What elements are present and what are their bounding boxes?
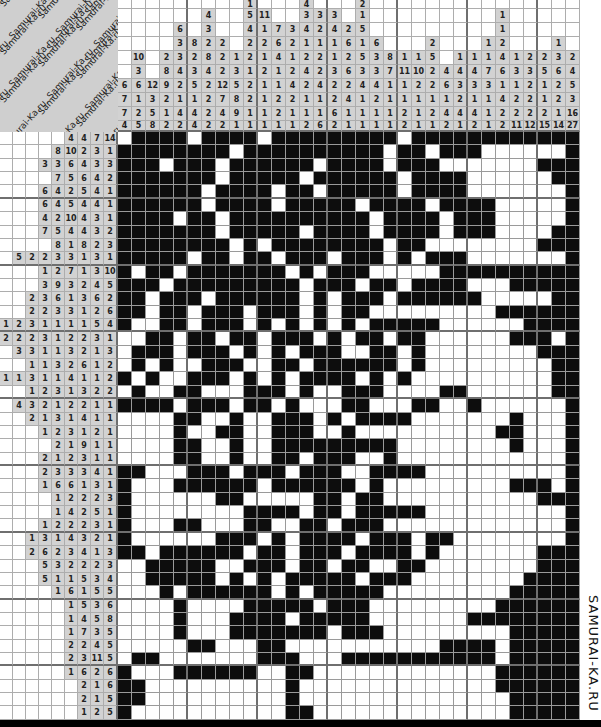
grid-cell-r3c15[interactable] — [314, 159, 328, 172]
grid-cell-r7c26[interactable] — [468, 212, 482, 225]
grid-cell-r39c11[interactable] — [258, 640, 272, 653]
grid-cell-r43c21[interactable] — [398, 693, 412, 706]
grid-cell-r25c17[interactable] — [342, 453, 356, 466]
grid-cell-r13c10[interactable] — [244, 292, 258, 305]
grid-cell-r38c16[interactable] — [328, 626, 342, 639]
grid-cell-r7c9[interactable] — [230, 212, 244, 225]
grid-cell-r24c2[interactable] — [132, 439, 146, 452]
grid-cell-r8c26[interactable] — [468, 226, 482, 239]
grid-cell-r43c23[interactable] — [426, 693, 440, 706]
grid-cell-r26c25[interactable] — [454, 466, 468, 479]
grid-cell-r1c27[interactable] — [482, 132, 496, 145]
grid-cell-r15c6[interactable] — [188, 319, 202, 332]
grid-cell-r7c5[interactable] — [174, 212, 188, 225]
grid-cell-r5c28[interactable] — [496, 185, 510, 198]
grid-cell-r4c26[interactable] — [468, 172, 482, 185]
grid-cell-r27c2[interactable] — [132, 479, 146, 492]
grid-cell-r19c6[interactable] — [188, 372, 202, 385]
grid-cell-r7c13[interactable] — [286, 212, 300, 225]
grid-cell-r5c8[interactable] — [216, 185, 230, 198]
grid-cell-r19c1[interactable] — [118, 372, 132, 385]
grid-cell-r25c13[interactable] — [286, 453, 300, 466]
grid-cell-r29c22[interactable] — [412, 506, 426, 519]
grid-cell-r25c16[interactable] — [328, 453, 342, 466]
grid-cell-r18c33[interactable] — [566, 359, 580, 372]
grid-cell-r26c22[interactable] — [412, 466, 426, 479]
grid-cell-r18c18[interactable] — [356, 359, 370, 372]
grid-cell-r9c24[interactable] — [440, 239, 454, 252]
grid-cell-r9c30[interactable] — [524, 239, 538, 252]
grid-cell-r23c26[interactable] — [468, 426, 482, 439]
grid-cell-r39c16[interactable] — [328, 640, 342, 653]
grid-cell-r1c26[interactable] — [468, 132, 482, 145]
grid-cell-r36c22[interactable] — [412, 600, 426, 613]
grid-cell-r18c15[interactable] — [314, 359, 328, 372]
grid-cell-r32c7[interactable] — [202, 546, 216, 559]
grid-cell-r23c17[interactable] — [342, 426, 356, 439]
grid-cell-r31c11[interactable] — [258, 533, 272, 546]
grid-cell-r39c30[interactable] — [524, 640, 538, 653]
grid-cell-r40c12[interactable] — [272, 653, 286, 666]
grid-cell-r12c30[interactable] — [524, 279, 538, 292]
grid-cell-r39c7[interactable] — [202, 640, 216, 653]
grid-cell-r7c28[interactable] — [496, 212, 510, 225]
grid-cell-r2c23[interactable] — [426, 145, 440, 158]
grid-cell-r39c22[interactable] — [412, 640, 426, 653]
grid-cell-r31c15[interactable] — [314, 533, 328, 546]
grid-cell-r43c7[interactable] — [202, 693, 216, 706]
grid-cell-r32c18[interactable] — [356, 546, 370, 559]
grid-cell-r14c16[interactable] — [328, 306, 342, 319]
grid-cell-r23c27[interactable] — [482, 426, 496, 439]
grid-cell-r34c31[interactable] — [538, 573, 552, 586]
grid-cell-r22c17[interactable] — [342, 413, 356, 426]
grid-cell-r27c24[interactable] — [440, 479, 454, 492]
grid-cell-r36c27[interactable] — [482, 600, 496, 613]
grid-cell-r3c10[interactable] — [244, 159, 258, 172]
grid-cell-r21c10[interactable] — [244, 399, 258, 412]
grid-cell-r35c26[interactable] — [468, 586, 482, 599]
grid-cell-r43c31[interactable] — [538, 693, 552, 706]
grid-cell-r19c8[interactable] — [216, 372, 230, 385]
grid-cell-r30c12[interactable] — [272, 519, 286, 532]
grid-cell-r4c6[interactable] — [188, 172, 202, 185]
grid-cell-r7c14[interactable] — [300, 212, 314, 225]
grid-cell-r9c4[interactable] — [160, 239, 174, 252]
grid-cell-r32c19[interactable] — [370, 546, 384, 559]
grid-cell-r20c26[interactable] — [468, 386, 482, 399]
grid-cell-r21c27[interactable] — [482, 399, 496, 412]
grid-cell-r28c26[interactable] — [468, 493, 482, 506]
grid-cell-r25c27[interactable] — [482, 453, 496, 466]
grid-cell-r19c11[interactable] — [258, 372, 272, 385]
grid-cell-r23c8[interactable] — [216, 426, 230, 439]
grid-cell-r6c27[interactable] — [482, 199, 496, 212]
grid-cell-r8c29[interactable] — [510, 226, 524, 239]
grid-cell-r15c26[interactable] — [468, 319, 482, 332]
grid-cell-r41c18[interactable] — [356, 666, 370, 679]
grid-cell-r37c25[interactable] — [454, 613, 468, 626]
grid-cell-r26c26[interactable] — [468, 466, 482, 479]
grid-cell-r18c2[interactable] — [132, 359, 146, 372]
grid-cell-r2c27[interactable] — [482, 145, 496, 158]
grid-cell-r1c32[interactable] — [552, 132, 566, 145]
grid-cell-r27c22[interactable] — [412, 479, 426, 492]
grid-cell-r30c8[interactable] — [216, 519, 230, 532]
grid-cell-r13c25[interactable] — [454, 292, 468, 305]
grid-cell-r39c29[interactable] — [510, 640, 524, 653]
grid-cell-r2c24[interactable] — [440, 145, 454, 158]
grid-cell-r4c20[interactable] — [384, 172, 398, 185]
grid-cell-r1c24[interactable] — [440, 132, 454, 145]
grid-cell-r12c9[interactable] — [230, 279, 244, 292]
grid-cell-r9c8[interactable] — [216, 239, 230, 252]
grid-cell-r6c14[interactable] — [300, 199, 314, 212]
grid-cell-r19c23[interactable] — [426, 372, 440, 385]
grid-cell-r33c9[interactable] — [230, 560, 244, 573]
grid-cell-r41c8[interactable] — [216, 666, 230, 679]
grid-cell-r34c33[interactable] — [566, 573, 580, 586]
grid-cell-r42c14[interactable] — [300, 680, 314, 693]
grid-cell-r27c5[interactable] — [174, 479, 188, 492]
grid-cell-r17c10[interactable] — [244, 346, 258, 359]
grid-cell-r6c4[interactable] — [160, 199, 174, 212]
grid-cell-r33c17[interactable] — [342, 560, 356, 573]
grid-cell-r3c13[interactable] — [286, 159, 300, 172]
grid-cell-r1c21[interactable] — [398, 132, 412, 145]
grid-cell-r7c21[interactable] — [398, 212, 412, 225]
grid-cell-r15c29[interactable] — [510, 319, 524, 332]
grid-cell-r12c31[interactable] — [538, 279, 552, 292]
grid-cell-r11c27[interactable] — [482, 266, 496, 279]
grid-cell-r37c18[interactable] — [356, 613, 370, 626]
grid-cell-r43c18[interactable] — [356, 693, 370, 706]
grid-cell-r40c17[interactable] — [342, 653, 356, 666]
grid-cell-r19c31[interactable] — [538, 372, 552, 385]
grid-cell-r3c25[interactable] — [454, 159, 468, 172]
grid-cell-r18c20[interactable] — [384, 359, 398, 372]
grid-cell-r1c12[interactable] — [272, 132, 286, 145]
grid-cell-r43c14[interactable] — [300, 693, 314, 706]
grid-cell-r42c28[interactable] — [496, 680, 510, 693]
grid-cell-r25c4[interactable] — [160, 453, 174, 466]
grid-cell-r33c29[interactable] — [510, 560, 524, 573]
grid-cell-r31c31[interactable] — [538, 533, 552, 546]
grid-cell-r27c7[interactable] — [202, 479, 216, 492]
grid-cell-r21c23[interactable] — [426, 399, 440, 412]
grid-cell-r18c28[interactable] — [496, 359, 510, 372]
grid-cell-r18c13[interactable] — [286, 359, 300, 372]
grid-cell-r20c15[interactable] — [314, 386, 328, 399]
grid-cell-r14c2[interactable] — [132, 306, 146, 319]
grid-cell-r28c20[interactable] — [384, 493, 398, 506]
grid-cell-r23c31[interactable] — [538, 426, 552, 439]
grid-cell-r33c27[interactable] — [482, 560, 496, 573]
grid-cell-r17c22[interactable] — [412, 346, 426, 359]
grid-cell-r33c18[interactable] — [356, 560, 370, 573]
grid-cell-r27c23[interactable] — [426, 479, 440, 492]
grid-cell-r5c7[interactable] — [202, 185, 216, 198]
grid-cell-r36c13[interactable] — [286, 600, 300, 613]
grid-cell-r37c7[interactable] — [202, 613, 216, 626]
grid-cell-r44c26[interactable] — [468, 706, 482, 719]
grid-cell-r21c13[interactable] — [286, 399, 300, 412]
grid-cell-r35c29[interactable] — [510, 586, 524, 599]
grid-cell-r25c9[interactable] — [230, 453, 244, 466]
grid-cell-r30c30[interactable] — [524, 519, 538, 532]
grid-cell-r10c32[interactable] — [552, 252, 566, 265]
grid-cell-r8c11[interactable] — [258, 226, 272, 239]
grid-cell-r21c28[interactable] — [496, 399, 510, 412]
grid-cell-r41c3[interactable] — [146, 666, 160, 679]
grid-cell-r32c13[interactable] — [286, 546, 300, 559]
grid-cell-r19c18[interactable] — [356, 372, 370, 385]
grid-cell-r28c24[interactable] — [440, 493, 454, 506]
grid-cell-r21c25[interactable] — [454, 399, 468, 412]
grid-cell-r4c21[interactable] — [398, 172, 412, 185]
grid-cell-r34c2[interactable] — [132, 573, 146, 586]
grid-cell-r17c19[interactable] — [370, 346, 384, 359]
grid-cell-r31c2[interactable] — [132, 533, 146, 546]
grid-cell-r13c12[interactable] — [272, 292, 286, 305]
grid-cell-r37c3[interactable] — [146, 613, 160, 626]
grid-cell-r8c9[interactable] — [230, 226, 244, 239]
grid-cell-r23c2[interactable] — [132, 426, 146, 439]
grid-cell-r43c22[interactable] — [412, 693, 426, 706]
grid-cell-r16c27[interactable] — [482, 332, 496, 345]
grid-cell-r6c22[interactable] — [412, 199, 426, 212]
grid-cell-r20c10[interactable] — [244, 386, 258, 399]
grid-cell-r36c10[interactable] — [244, 600, 258, 613]
grid-cell-r36c20[interactable] — [384, 600, 398, 613]
grid-cell-r17c30[interactable] — [524, 346, 538, 359]
grid-cell-r16c4[interactable] — [160, 332, 174, 345]
grid-cell-r6c24[interactable] — [440, 199, 454, 212]
grid-cell-r4c7[interactable] — [202, 172, 216, 185]
grid-cell-r24c18[interactable] — [356, 439, 370, 452]
grid-cell-r24c11[interactable] — [258, 439, 272, 452]
grid-cell-r22c22[interactable] — [412, 413, 426, 426]
grid-cell-r26c8[interactable] — [216, 466, 230, 479]
grid-cell-r42c29[interactable] — [510, 680, 524, 693]
grid-cell-r2c1[interactable] — [118, 145, 132, 158]
grid-cell-r42c13[interactable] — [286, 680, 300, 693]
grid-cell-r42c21[interactable] — [398, 680, 412, 693]
grid-cell-r11c30[interactable] — [524, 266, 538, 279]
grid-cell-r29c4[interactable] — [160, 506, 174, 519]
grid-cell-r24c24[interactable] — [440, 439, 454, 452]
grid-cell-r25c26[interactable] — [468, 453, 482, 466]
grid-cell-r3c19[interactable] — [370, 159, 384, 172]
grid-cell-r32c5[interactable] — [174, 546, 188, 559]
grid-cell-r37c17[interactable] — [342, 613, 356, 626]
grid-cell-r15c1[interactable] — [118, 319, 132, 332]
grid-cell-r18c3[interactable] — [146, 359, 160, 372]
grid-cell-r28c21[interactable] — [398, 493, 412, 506]
grid-cell-r20c27[interactable] — [482, 386, 496, 399]
grid-cell-r23c33[interactable] — [566, 426, 580, 439]
grid-cell-r23c4[interactable] — [160, 426, 174, 439]
grid-cell-r25c32[interactable] — [552, 453, 566, 466]
grid-cell-r32c12[interactable] — [272, 546, 286, 559]
grid-cell-r2c16[interactable] — [328, 145, 342, 158]
grid-cell-r18c16[interactable] — [328, 359, 342, 372]
grid-cell-r23c1[interactable] — [118, 426, 132, 439]
grid-cell-r15c25[interactable] — [454, 319, 468, 332]
grid-cell-r34c17[interactable] — [342, 573, 356, 586]
grid-cell-r35c16[interactable] — [328, 586, 342, 599]
grid-cell-r9c27[interactable] — [482, 239, 496, 252]
grid-cell-r14c6[interactable] — [188, 306, 202, 319]
grid-cell-r20c23[interactable] — [426, 386, 440, 399]
grid-cell-r18c26[interactable] — [468, 359, 482, 372]
grid-cell-r14c27[interactable] — [482, 306, 496, 319]
grid-cell-r11c14[interactable] — [300, 266, 314, 279]
grid-cell-r19c19[interactable] — [370, 372, 384, 385]
grid-cell-r39c33[interactable] — [566, 640, 580, 653]
grid-cell-r4c22[interactable] — [412, 172, 426, 185]
grid-cell-r25c25[interactable] — [454, 453, 468, 466]
grid-cell-r39c25[interactable] — [454, 640, 468, 653]
grid-cell-r30c20[interactable] — [384, 519, 398, 532]
grid-cell-r28c32[interactable] — [552, 493, 566, 506]
grid-cell-r38c6[interactable] — [188, 626, 202, 639]
grid-cell-r42c4[interactable] — [160, 680, 174, 693]
grid-cell-r40c24[interactable] — [440, 653, 454, 666]
grid-cell-r21c1[interactable] — [118, 399, 132, 412]
grid-cell-r31c28[interactable] — [496, 533, 510, 546]
grid-cell-r23c23[interactable] — [426, 426, 440, 439]
grid-cell-r24c33[interactable] — [566, 439, 580, 452]
grid-cell-r3c8[interactable] — [216, 159, 230, 172]
grid-cell-r31c1[interactable] — [118, 533, 132, 546]
grid-cell-r13c6[interactable] — [188, 292, 202, 305]
grid-cell-r42c10[interactable] — [244, 680, 258, 693]
grid-cell-r37c4[interactable] — [160, 613, 174, 626]
grid-cell-r4c10[interactable] — [244, 172, 258, 185]
grid-cell-r19c27[interactable] — [482, 372, 496, 385]
grid-cell-r19c26[interactable] — [468, 372, 482, 385]
grid-cell-r40c8[interactable] — [216, 653, 230, 666]
grid-cell-r14c23[interactable] — [426, 306, 440, 319]
grid-cell-r10c19[interactable] — [370, 252, 384, 265]
grid-cell-r25c2[interactable] — [132, 453, 146, 466]
grid-cell-r4c2[interactable] — [132, 172, 146, 185]
grid-cell-r40c30[interactable] — [524, 653, 538, 666]
grid-cell-r19c2[interactable] — [132, 372, 146, 385]
grid-cell-r5c3[interactable] — [146, 185, 160, 198]
grid-cell-r43c3[interactable] — [146, 693, 160, 706]
grid-cell-r19c30[interactable] — [524, 372, 538, 385]
grid-cell-r1c14[interactable] — [300, 132, 314, 145]
grid-cell-r5c27[interactable] — [482, 185, 496, 198]
grid-cell-r31c21[interactable] — [398, 533, 412, 546]
grid-cell-r24c14[interactable] — [300, 439, 314, 452]
grid-cell-r21c26[interactable] — [468, 399, 482, 412]
grid-cell-r29c11[interactable] — [258, 506, 272, 519]
grid-cell-r28c17[interactable] — [342, 493, 356, 506]
grid-cell-r18c32[interactable] — [552, 359, 566, 372]
grid-cell-r25c33[interactable] — [566, 453, 580, 466]
grid-cell-r17c31[interactable] — [538, 346, 552, 359]
grid-cell-r38c28[interactable] — [496, 626, 510, 639]
grid-cell-r37c12[interactable] — [272, 613, 286, 626]
grid-cell-r7c33[interactable] — [566, 212, 580, 225]
grid-cell-r28c27[interactable] — [482, 493, 496, 506]
grid-cell-r8c27[interactable] — [482, 226, 496, 239]
grid-cell-r36c11[interactable] — [258, 600, 272, 613]
grid-cell-r40c27[interactable] — [482, 653, 496, 666]
grid-cell-r17c25[interactable] — [454, 346, 468, 359]
grid-cell-r29c9[interactable] — [230, 506, 244, 519]
grid-cell-r1c25[interactable] — [454, 132, 468, 145]
grid-cell-r43c17[interactable] — [342, 693, 356, 706]
grid-cell-r40c3[interactable] — [146, 653, 160, 666]
grid-cell-r30c24[interactable] — [440, 519, 454, 532]
grid-cell-r23c18[interactable] — [356, 426, 370, 439]
grid-cell-r31c30[interactable] — [524, 533, 538, 546]
grid-cell-r43c28[interactable] — [496, 693, 510, 706]
grid-cell-r39c18[interactable] — [356, 640, 370, 653]
grid-cell-r28c25[interactable] — [454, 493, 468, 506]
grid-cell-r2c7[interactable] — [202, 145, 216, 158]
grid-cell-r6c1[interactable] — [118, 199, 132, 212]
grid-cell-r12c22[interactable] — [412, 279, 426, 292]
grid-cell-r10c5[interactable] — [174, 252, 188, 265]
grid-cell-r9c31[interactable] — [538, 239, 552, 252]
grid-cell-r34c5[interactable] — [174, 573, 188, 586]
grid-cell-r17c4[interactable] — [160, 346, 174, 359]
grid-cell-r8c4[interactable] — [160, 226, 174, 239]
grid-cell-r21c6[interactable] — [188, 399, 202, 412]
grid-cell-r30c17[interactable] — [342, 519, 356, 532]
grid-cell-r9c15[interactable] — [314, 239, 328, 252]
grid-cell-r44c21[interactable] — [398, 706, 412, 719]
grid-cell-r38c1[interactable] — [118, 626, 132, 639]
grid-cell-r29c25[interactable] — [454, 506, 468, 519]
grid-cell-r10c1[interactable] — [118, 252, 132, 265]
grid-cell-r34c4[interactable] — [160, 573, 174, 586]
grid-cell-r21c12[interactable] — [272, 399, 286, 412]
grid-cell-r3c20[interactable] — [384, 159, 398, 172]
grid-cell-r3c28[interactable] — [496, 159, 510, 172]
grid-cell-r31c23[interactable] — [426, 533, 440, 546]
grid-cell-r2c29[interactable] — [510, 145, 524, 158]
grid-cell-r38c7[interactable] — [202, 626, 216, 639]
grid-cell-r22c14[interactable] — [300, 413, 314, 426]
grid-cell-r38c21[interactable] — [398, 626, 412, 639]
grid-cell-r4c16[interactable] — [328, 172, 342, 185]
grid-cell-r24c22[interactable] — [412, 439, 426, 452]
grid-cell-r21c5[interactable] — [174, 399, 188, 412]
grid-cell-r6c9[interactable] — [230, 199, 244, 212]
grid-cell-r27c27[interactable] — [482, 479, 496, 492]
grid-cell-r24c28[interactable] — [496, 439, 510, 452]
grid-cell-r13c17[interactable] — [342, 292, 356, 305]
grid-cell-r39c14[interactable] — [300, 640, 314, 653]
grid-cell-r32c23[interactable] — [426, 546, 440, 559]
grid-cell-r39c28[interactable] — [496, 640, 510, 653]
grid-cell-r17c33[interactable] — [566, 346, 580, 359]
grid-cell-r1c3[interactable] — [146, 132, 160, 145]
grid-cell-r43c4[interactable] — [160, 693, 174, 706]
grid-cell-r10c6[interactable] — [188, 252, 202, 265]
grid-cell-r34c29[interactable] — [510, 573, 524, 586]
grid-cell-r33c15[interactable] — [314, 560, 328, 573]
grid-cell-r17c23[interactable] — [426, 346, 440, 359]
grid-cell-r32c21[interactable] — [398, 546, 412, 559]
grid-cell-r34c15[interactable] — [314, 573, 328, 586]
